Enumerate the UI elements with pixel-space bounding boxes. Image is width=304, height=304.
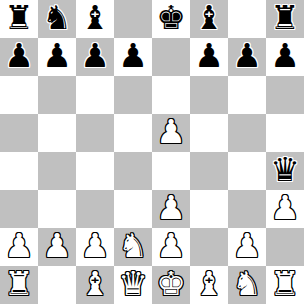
black-pawn-icon[interactable]: ♟: [42, 37, 72, 75]
square-e4[interactable]: [152, 152, 190, 190]
white-rook-icon[interactable]: ♜: [4, 265, 34, 303]
white-bishop-icon[interactable]: ♝: [194, 265, 224, 303]
square-e7[interactable]: [152, 38, 190, 76]
square-d8[interactable]: [114, 0, 152, 38]
black-king-icon[interactable]: ♚: [156, 0, 186, 37]
square-g5[interactable]: [228, 114, 266, 152]
white-pawn-icon[interactable]: ♟: [270, 189, 300, 227]
square-a7[interactable]: ♟: [0, 38, 38, 76]
white-king-icon[interactable]: ♚: [156, 265, 186, 303]
square-c1[interactable]: ♝: [76, 266, 114, 304]
square-c4[interactable]: [76, 152, 114, 190]
square-f4[interactable]: [190, 152, 228, 190]
square-d7[interactable]: ♟: [114, 38, 152, 76]
square-h3[interactable]: ♟: [266, 190, 304, 228]
white-knight-icon[interactable]: ♞: [118, 227, 148, 265]
square-c5[interactable]: [76, 114, 114, 152]
black-bishop-icon[interactable]: ♝: [80, 0, 110, 37]
black-pawn-icon[interactable]: ♟: [194, 37, 224, 75]
square-a5[interactable]: [0, 114, 38, 152]
black-rook-icon[interactable]: ♜: [270, 0, 300, 37]
square-d3[interactable]: [114, 190, 152, 228]
square-e5[interactable]: ♟: [152, 114, 190, 152]
square-f6[interactable]: [190, 76, 228, 114]
square-b5[interactable]: [38, 114, 76, 152]
square-h4[interactable]: ♛: [266, 152, 304, 190]
square-a1[interactable]: ♜: [0, 266, 38, 304]
white-knight-icon[interactable]: ♞: [232, 265, 262, 303]
white-pawn-icon[interactable]: ♟: [156, 189, 186, 227]
square-a6[interactable]: [0, 76, 38, 114]
square-g7[interactable]: ♟: [228, 38, 266, 76]
square-h7[interactable]: ♟: [266, 38, 304, 76]
white-queen-icon[interactable]: ♛: [118, 265, 148, 303]
square-g8[interactable]: [228, 0, 266, 38]
square-e8[interactable]: ♚: [152, 0, 190, 38]
black-pawn-icon[interactable]: ♟: [4, 37, 34, 75]
square-f3[interactable]: [190, 190, 228, 228]
square-b1[interactable]: [38, 266, 76, 304]
black-knight-icon[interactable]: ♞: [42, 0, 72, 37]
black-queen-icon[interactable]: ♛: [270, 151, 300, 189]
white-pawn-icon[interactable]: ♟: [156, 113, 186, 151]
square-h5[interactable]: [266, 114, 304, 152]
black-pawn-icon[interactable]: ♟: [118, 37, 148, 75]
square-h6[interactable]: [266, 76, 304, 114]
chess-board: ♜♞♝♚♝♜♟♟♟♟♟♟♟♟♛♟♟♟♟♟♞♟♟♜♝♛♚♝♞♜: [0, 0, 304, 304]
square-e6[interactable]: [152, 76, 190, 114]
black-pawn-icon[interactable]: ♟: [270, 37, 300, 75]
white-pawn-icon[interactable]: ♟: [80, 227, 110, 265]
square-c6[interactable]: [76, 76, 114, 114]
square-c3[interactable]: [76, 190, 114, 228]
square-b3[interactable]: [38, 190, 76, 228]
square-g6[interactable]: [228, 76, 266, 114]
square-g4[interactable]: [228, 152, 266, 190]
square-e1[interactable]: ♚: [152, 266, 190, 304]
black-rook-icon[interactable]: ♜: [4, 0, 34, 37]
square-d4[interactable]: [114, 152, 152, 190]
white-pawn-icon[interactable]: ♟: [4, 227, 34, 265]
square-e3[interactable]: ♟: [152, 190, 190, 228]
white-rook-icon[interactable]: ♜: [270, 265, 300, 303]
square-a8[interactable]: ♜: [0, 0, 38, 38]
square-b2[interactable]: ♟: [38, 228, 76, 266]
square-b8[interactable]: ♞: [38, 0, 76, 38]
square-c2[interactable]: ♟: [76, 228, 114, 266]
square-b6[interactable]: [38, 76, 76, 114]
square-g1[interactable]: ♞: [228, 266, 266, 304]
square-h2[interactable]: [266, 228, 304, 266]
square-g3[interactable]: [228, 190, 266, 228]
square-a3[interactable]: [0, 190, 38, 228]
square-g2[interactable]: ♟: [228, 228, 266, 266]
square-e2[interactable]: ♟: [152, 228, 190, 266]
black-pawn-icon[interactable]: ♟: [232, 37, 262, 75]
black-pawn-icon[interactable]: ♟: [80, 37, 110, 75]
square-d1[interactable]: ♛: [114, 266, 152, 304]
square-d5[interactable]: [114, 114, 152, 152]
square-h8[interactable]: ♜: [266, 0, 304, 38]
black-bishop-icon[interactable]: ♝: [194, 0, 224, 37]
square-f1[interactable]: ♝: [190, 266, 228, 304]
square-d2[interactable]: ♞: [114, 228, 152, 266]
square-c7[interactable]: ♟: [76, 38, 114, 76]
square-f7[interactable]: ♟: [190, 38, 228, 76]
square-a4[interactable]: [0, 152, 38, 190]
square-a2[interactable]: ♟: [0, 228, 38, 266]
white-pawn-icon[interactable]: ♟: [42, 227, 72, 265]
white-pawn-icon[interactable]: ♟: [156, 227, 186, 265]
square-d6[interactable]: [114, 76, 152, 114]
square-f8[interactable]: ♝: [190, 0, 228, 38]
white-pawn-icon[interactable]: ♟: [232, 227, 262, 265]
white-bishop-icon[interactable]: ♝: [80, 265, 110, 303]
square-b7[interactable]: ♟: [38, 38, 76, 76]
square-f5[interactable]: [190, 114, 228, 152]
square-h1[interactable]: ♜: [266, 266, 304, 304]
square-f2[interactable]: [190, 228, 228, 266]
square-c8[interactable]: ♝: [76, 0, 114, 38]
square-b4[interactable]: [38, 152, 76, 190]
